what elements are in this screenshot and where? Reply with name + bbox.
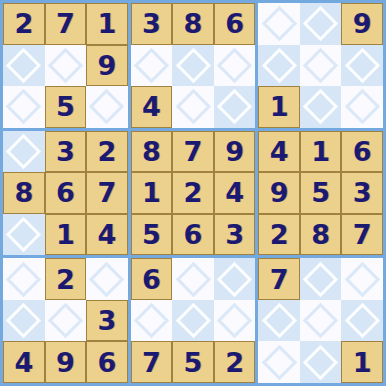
cell-r2c7[interactable]	[258, 45, 300, 87]
given-digit: 3	[97, 307, 116, 334]
cell-r3c9[interactable]	[341, 86, 383, 128]
cell-r5c5: 2	[172, 172, 214, 214]
diamond-mark-icon	[345, 48, 380, 83]
given-digit: 2	[225, 349, 244, 376]
given-digit: 9	[97, 52, 116, 79]
cell-r9c2: 9	[45, 341, 87, 383]
cell-r5c4: 1	[131, 172, 173, 214]
given-digit: 6	[142, 266, 161, 293]
cell-r6c9: 7	[341, 214, 383, 256]
diamond-mark-icon	[303, 261, 338, 296]
given-digit: 1	[270, 93, 289, 120]
given-digit: 3	[142, 10, 161, 37]
diamond-mark-icon	[175, 89, 210, 124]
cell-r7c7: 7	[258, 258, 300, 300]
diamond-mark-icon	[175, 261, 210, 296]
diamond-mark-icon	[303, 89, 338, 124]
cell-r9c7[interactable]	[258, 341, 300, 383]
given-digit: 8	[311, 221, 330, 248]
diamond-mark-icon	[217, 261, 252, 296]
diamond-mark-icon	[217, 303, 252, 338]
cell-r2c4[interactable]	[131, 45, 173, 87]
cell-r2c5[interactable]	[172, 45, 214, 87]
diamond-mark-icon	[6, 48, 41, 83]
cell-r3c3[interactable]	[86, 86, 128, 128]
given-digit: 8	[184, 10, 203, 37]
cell-r9c5: 5	[172, 341, 214, 383]
cell-r8c1[interactable]	[3, 300, 45, 342]
cell-r7c3[interactable]	[86, 258, 128, 300]
diamond-mark-icon	[89, 89, 124, 124]
given-digit: 1	[97, 10, 116, 37]
diamond-mark-icon	[261, 6, 296, 41]
diamond-mark-icon	[134, 48, 169, 83]
cell-r8c7[interactable]	[258, 300, 300, 342]
given-digit: 9	[56, 349, 75, 376]
cell-r5c7: 9	[258, 172, 300, 214]
given-digit: 6	[353, 138, 372, 165]
diamond-mark-icon	[303, 48, 338, 83]
given-digit: 3	[225, 221, 244, 248]
cell-r1c1: 2	[3, 3, 45, 45]
given-digit: 9	[225, 138, 244, 165]
cell-r8c8[interactable]	[300, 300, 342, 342]
cell-r6c5: 6	[172, 214, 214, 256]
cell-r3c7: 1	[258, 86, 300, 128]
cell-r9c3: 6	[86, 341, 128, 383]
cell-r1c7[interactable]	[258, 3, 300, 45]
cell-r7c5[interactable]	[172, 258, 214, 300]
diamond-mark-icon	[6, 134, 41, 169]
given-digit: 7	[270, 266, 289, 293]
diamond-mark-icon	[303, 345, 338, 380]
cell-r7c4: 6	[131, 258, 173, 300]
cell-r5c3: 7	[86, 172, 128, 214]
diamond-mark-icon	[89, 261, 124, 296]
cell-r6c7: 2	[258, 214, 300, 256]
cell-r3c6[interactable]	[214, 86, 256, 128]
cell-r2c6[interactable]	[214, 45, 256, 87]
given-digit: 4	[14, 349, 33, 376]
cell-r2c2[interactable]	[45, 45, 87, 87]
cell-r5c1: 8	[3, 172, 45, 214]
diamond-mark-icon	[134, 303, 169, 338]
cell-r9c6: 2	[214, 341, 256, 383]
diamond-mark-icon	[345, 303, 380, 338]
cell-r3c4: 4	[131, 86, 173, 128]
diamond-mark-icon	[175, 303, 210, 338]
cell-r5c8: 5	[300, 172, 342, 214]
cell-r7c8[interactable]	[300, 258, 342, 300]
cell-r8c2[interactable]	[45, 300, 87, 342]
diamond-mark-icon	[345, 89, 380, 124]
cell-r8c5[interactable]	[172, 300, 214, 342]
diamond-mark-icon	[217, 48, 252, 83]
cell-r9c9: 1	[341, 341, 383, 383]
diamond-mark-icon	[6, 217, 41, 252]
cell-r4c7: 4	[258, 131, 300, 173]
given-digit: 6	[225, 10, 244, 37]
given-digit: 6	[97, 349, 116, 376]
cell-r9c4: 7	[131, 341, 173, 383]
given-digit: 2	[97, 138, 116, 165]
given-digit: 2	[270, 221, 289, 248]
cell-r3c1[interactable]	[3, 86, 45, 128]
cell-r3c2: 5	[45, 86, 87, 128]
given-digit: 8	[14, 179, 33, 206]
cell-r5c2: 6	[45, 172, 87, 214]
diamond-mark-icon	[217, 89, 252, 124]
cell-r3c8[interactable]	[300, 86, 342, 128]
cell-r2c3: 9	[86, 45, 128, 87]
diamond-mark-icon	[303, 303, 338, 338]
cell-r1c8[interactable]	[300, 3, 342, 45]
cell-r7c2: 2	[45, 258, 87, 300]
given-digit: 8	[142, 138, 161, 165]
diamond-mark-icon	[261, 303, 296, 338]
given-digit: 1	[353, 349, 372, 376]
given-digit: 2	[184, 179, 203, 206]
cell-r4c3: 2	[86, 131, 128, 173]
cell-r2c9[interactable]	[341, 45, 383, 87]
diamond-mark-icon	[303, 6, 338, 41]
given-digit: 2	[56, 266, 75, 293]
diamond-mark-icon	[261, 48, 296, 83]
cell-r4c2: 3	[45, 131, 87, 173]
given-digit: 1	[142, 179, 161, 206]
cell-r4c9: 6	[341, 131, 383, 173]
cell-r4c8: 1	[300, 131, 342, 173]
cell-r4c6: 9	[214, 131, 256, 173]
given-digit: 5	[56, 93, 75, 120]
diamond-mark-icon	[6, 303, 41, 338]
cell-r9c8[interactable]	[300, 341, 342, 383]
diamond-mark-icon	[6, 261, 41, 296]
cell-r8c3: 3	[86, 300, 128, 342]
given-digit: 4	[142, 93, 161, 120]
given-digit: 1	[56, 221, 75, 248]
cell-r5c9: 3	[341, 172, 383, 214]
given-digit: 7	[353, 221, 372, 248]
given-digit: 7	[97, 179, 116, 206]
cell-r5c6: 4	[214, 172, 256, 214]
cell-r6c1[interactable]	[3, 214, 45, 256]
cell-r6c6: 3	[214, 214, 256, 256]
cell-r1c6: 6	[214, 3, 256, 45]
sudoku-board: 2713869954132879416867124953145632872673…	[0, 0, 386, 386]
given-digit: 3	[56, 138, 75, 165]
diamond-mark-icon	[345, 261, 380, 296]
given-digit: 7	[184, 138, 203, 165]
given-digit: 9	[270, 179, 289, 206]
cell-r7c9[interactable]	[341, 258, 383, 300]
cell-r6c8: 8	[300, 214, 342, 256]
cell-r4c4: 8	[131, 131, 173, 173]
cell-r6c2: 1	[45, 214, 87, 256]
given-digit: 5	[311, 179, 330, 206]
diamond-mark-icon	[48, 48, 83, 83]
given-digit: 6	[184, 221, 203, 248]
cell-r1c3: 1	[86, 3, 128, 45]
cell-r2c8[interactable]	[300, 45, 342, 87]
given-digit: 4	[225, 179, 244, 206]
cell-r2c1[interactable]	[3, 45, 45, 87]
cell-r7c1[interactable]	[3, 258, 45, 300]
given-digit: 6	[56, 179, 75, 206]
given-digit: 3	[353, 179, 372, 206]
cell-r9c1: 4	[3, 341, 45, 383]
diamond-mark-icon	[261, 345, 296, 380]
cell-r4c5: 7	[172, 131, 214, 173]
cell-r6c3: 4	[86, 214, 128, 256]
cell-r8c4[interactable]	[131, 300, 173, 342]
cell-r3c5[interactable]	[172, 86, 214, 128]
given-digit: 5	[142, 221, 161, 248]
given-digit: 9	[353, 10, 372, 37]
cell-r1c2: 7	[45, 3, 87, 45]
cell-r6c4: 5	[131, 214, 173, 256]
given-digit: 7	[142, 349, 161, 376]
cell-r8c9[interactable]	[341, 300, 383, 342]
cell-r7c6[interactable]	[214, 258, 256, 300]
given-digit: 7	[56, 10, 75, 37]
cell-r1c4: 3	[131, 3, 173, 45]
given-digit: 2	[14, 10, 33, 37]
diamond-mark-icon	[6, 89, 41, 124]
given-digit: 5	[184, 349, 203, 376]
given-digit: 1	[311, 138, 330, 165]
cell-r1c9: 9	[341, 3, 383, 45]
given-digit: 4	[97, 221, 116, 248]
diamond-mark-icon	[48, 303, 83, 338]
given-digit: 4	[270, 138, 289, 165]
cell-r8c6[interactable]	[214, 300, 256, 342]
cell-r4c1[interactable]	[3, 131, 45, 173]
cell-r1c5: 8	[172, 3, 214, 45]
diamond-mark-icon	[175, 48, 210, 83]
